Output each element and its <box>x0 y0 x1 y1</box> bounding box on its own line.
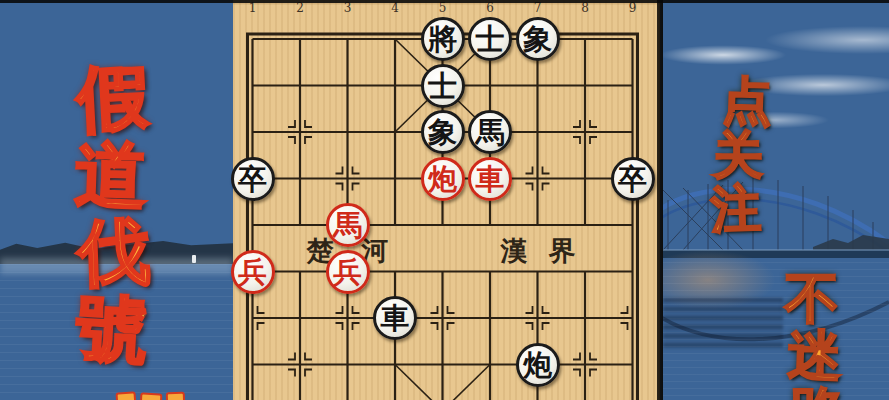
piece-red-炮-f5r4[interactable]: 炮 <box>421 157 465 201</box>
piece-black-象-f5r3[interactable]: 象 <box>421 110 465 154</box>
piece-black-士-f5r2[interactable]: 士 <box>421 64 465 108</box>
piece-black-士-f6r1[interactable]: 士 <box>468 17 512 61</box>
caption-char: 关 <box>713 128 763 182</box>
file-label-2: 2 <box>293 1 307 15</box>
right-caption-follow: 点关注 <box>709 74 767 236</box>
caption-char: 號 <box>74 289 150 370</box>
left-caption-title: 假道伐號 <box>66 60 156 368</box>
caption-char: 不 <box>785 270 839 327</box>
piece-red-馬-f3r5[interactable]: 馬 <box>326 203 370 247</box>
piece-black-車-f4r7[interactable]: 車 <box>373 296 417 340</box>
boat-dot <box>192 255 196 263</box>
piece-black-炮-f7r8[interactable]: 炮 <box>516 343 560 387</box>
file-label-9: 9 <box>626 1 640 15</box>
file-label-8: 8 <box>578 1 592 15</box>
caption-char: 路 <box>791 384 845 400</box>
board-edge-shadow <box>657 0 663 400</box>
caption-char: 假 <box>75 58 151 139</box>
file-label-5: 5 <box>436 1 450 15</box>
caption-char: 点 <box>721 73 773 129</box>
caption-char: 注 <box>710 181 762 237</box>
file-label-4: 4 <box>388 1 402 15</box>
file-label-6: 6 <box>483 1 497 15</box>
piece-black-馬-f6r3[interactable]: 馬 <box>468 110 512 154</box>
river-inscription: 漢 <box>498 233 530 265</box>
piece-black-卒-f9r4[interactable]: 卒 <box>611 157 655 201</box>
file-label-7: 7 <box>531 1 545 15</box>
piece-black-卒-f1r4[interactable]: 卒 <box>231 157 275 201</box>
river-inscription: 界 <box>546 233 578 265</box>
background-photo-right <box>663 0 889 400</box>
video-frame: 123456789楚河漢界將士象士象馬卒炮車卒馬兵兵車炮 假道伐號 点关注 不迷… <box>0 0 889 400</box>
letterbox-bar <box>0 0 889 3</box>
piece-red-兵-f3r6[interactable]: 兵 <box>326 250 370 294</box>
caption-char: 伐 <box>77 213 152 292</box>
piece-red-車-f6r4[interactable]: 車 <box>468 157 512 201</box>
piece-black-象-f7r1[interactable]: 象 <box>516 17 560 61</box>
xiangqi-board[interactable]: 123456789楚河漢界將士象士象馬卒炮車卒馬兵兵車炮 <box>233 0 660 400</box>
bridge-reflection <box>663 298 783 350</box>
piece-red-兵-f1r6[interactable]: 兵 <box>231 250 275 294</box>
file-label-1: 1 <box>246 1 260 15</box>
caption-char: 迷 <box>787 326 843 385</box>
caption-char: 道 <box>74 136 149 215</box>
file-label-3: 3 <box>341 1 355 15</box>
right-caption-no-lost: 不迷路 <box>781 270 843 400</box>
piece-black-將-f5r1[interactable]: 將 <box>421 17 465 61</box>
